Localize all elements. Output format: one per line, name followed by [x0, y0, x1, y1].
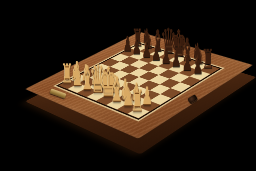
square-b8[interactable]: ♞	[139, 47, 158, 55]
square-c8[interactable]: ♝	[149, 50, 168, 58]
piece-white-queen-d1[interactable]: ♛	[89, 60, 97, 98]
piece-black-queen-d8[interactable]: ♛	[161, 24, 168, 58]
piece-black-pawn-h7[interactable]: ♟	[193, 55, 201, 77]
piece-white-king-e1[interactable]: ♚	[99, 62, 107, 102]
square-d6[interactable]	[139, 63, 159, 72]
square-d7[interactable]: ♟	[149, 58, 168, 66]
square-d8[interactable]: ♛	[158, 53, 177, 61]
piece-white-knight-b1[interactable]: ♞	[70, 61, 78, 91]
square-e6[interactable]	[149, 66, 169, 75]
square-c6[interactable]	[130, 60, 149, 68]
square-h5[interactable]	[170, 82, 191, 92]
square-c7[interactable]: ♟	[139, 55, 158, 63]
square-e7[interactable]: ♟	[159, 61, 179, 70]
square-h7[interactable]: ♟	[190, 71, 210, 80]
scene: ♜♞♝♛♚♝♞♜♟♟♟♟♟♟♟♟♟♟♟♟♟♟♟♟♜♞♝♛♚♝♞♜	[0, 0, 256, 171]
piece-white-bishop-c1[interactable]: ♝	[79, 62, 87, 94]
piece-black-bishop-c8[interactable]: ♝	[151, 26, 158, 55]
board-frame: ♜♞♝♛♚♝♞♜♟♟♟♟♟♟♟♟♟♟♟♟♟♟♟♟♜♞♝♛♚♝♞♜	[25, 32, 253, 139]
square-b7[interactable]: ♟	[130, 52, 149, 60]
piece-black-pawn-b7[interactable]: ♟	[132, 37, 139, 58]
photo-stage: ♜♞♝♛♚♝♞♜♟♟♟♟♟♟♟♟♟♟♟♟♟♟♟♟♜♞♝♛♚♝♞♜	[0, 0, 256, 171]
square-a7[interactable]: ♟	[121, 49, 140, 57]
board-position-wrapper: ♜♞♝♛♚♝♞♜♟♟♟♟♟♟♟♟♟♟♟♟♟♟♟♟♜♞♝♛♚♝♞♜	[50, 0, 228, 166]
chessboard: ♜♞♝♛♚♝♞♜♟♟♟♟♟♟♟♟♟♟♟♟♟♟♟♟♜♞♝♛♚♝♞♜	[25, 32, 253, 139]
piece-black-pawn-c7[interactable]: ♟	[142, 40, 149, 61]
piece-white-rook-h1[interactable]: ♜	[130, 86, 138, 115]
piece-black-pawn-e7[interactable]: ♟	[161, 46, 168, 68]
piece-black-rook-a8[interactable]: ♜	[132, 26, 139, 50]
piece-black-king-e8[interactable]: ♚	[171, 25, 178, 62]
square-b6[interactable]	[120, 57, 139, 65]
piece-white-knight-g1[interactable]: ♞	[119, 79, 127, 111]
square-a8[interactable]: ♜	[130, 44, 148, 52]
piece-black-pawn-g7[interactable]: ♟	[182, 52, 189, 74]
piece-black-knight-b8[interactable]: ♞	[142, 26, 149, 53]
piece-black-pawn-f7[interactable]: ♟	[171, 49, 178, 71]
piece-black-pawn-a7[interactable]: ♟	[123, 34, 130, 54]
piece-black-pawn-d7[interactable]: ♟	[151, 43, 158, 64]
piece-white-bishop-f1[interactable]: ♝	[109, 73, 117, 106]
piece-white-rook-a1[interactable]: ♜	[61, 60, 68, 86]
